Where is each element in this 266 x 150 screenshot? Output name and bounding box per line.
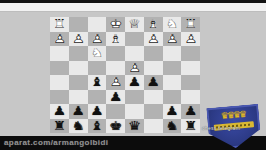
logo-caption: chess telegram — [202, 125, 240, 131]
square-a1[interactable]: ♜♖ — [181, 17, 200, 32]
square-b6[interactable] — [163, 90, 182, 105]
square-c4[interactable] — [144, 61, 163, 76]
top-strip — [0, 3, 266, 12]
square-f1[interactable] — [88, 17, 107, 32]
square-c3[interactable] — [144, 46, 163, 61]
square-e2[interactable]: ♝♗ — [106, 32, 125, 47]
chess-board[interactable]: ♜♖♚♔♛♕♝♗♞♘♜♖♟♙♟♙♟♙♝♗♟♙♟♙♟♙♞♘♟♙♝♟♙♟♟♟♟♟♟♟… — [50, 17, 200, 133]
square-h5[interactable] — [50, 75, 69, 90]
square-f3[interactable]: ♞♘ — [88, 46, 107, 61]
square-h1[interactable]: ♜♖ — [50, 17, 69, 32]
square-d6[interactable] — [125, 90, 144, 105]
piece-wN: ♞♘ — [89, 48, 105, 59]
piece-wP: ♟♙ — [70, 33, 86, 44]
square-b2[interactable]: ♟♙ — [163, 32, 182, 47]
square-b8[interactable]: ♞ — [163, 119, 182, 134]
square-a6[interactable] — [181, 90, 200, 105]
square-f8[interactable]: ♝ — [88, 119, 107, 134]
square-a7[interactable]: ♟ — [181, 104, 200, 119]
piece-bQ: ♛ — [126, 120, 142, 131]
square-b4[interactable] — [163, 61, 182, 76]
piece-wR: ♜♖ — [183, 19, 199, 30]
square-h7[interactable]: ♟ — [50, 104, 69, 119]
square-c6[interactable] — [144, 90, 163, 105]
square-c2[interactable]: ♟♙ — [144, 32, 163, 47]
piece-bP: ♟ — [126, 77, 142, 88]
square-g3[interactable] — [69, 46, 88, 61]
square-h8[interactable]: ♜ — [50, 119, 69, 134]
piece-wK: ♚♔ — [108, 19, 124, 30]
square-g1[interactable] — [69, 17, 88, 32]
square-d1[interactable]: ♛♕ — [125, 17, 144, 32]
piece-wP: ♟♙ — [51, 33, 67, 44]
square-e8[interactable]: ♚ — [106, 119, 125, 134]
square-g7[interactable]: ♟ — [69, 104, 88, 119]
square-f5[interactable]: ♝ — [88, 75, 107, 90]
square-b5[interactable] — [163, 75, 182, 90]
piece-wP: ♟♙ — [108, 77, 124, 88]
piece-bP: ♟ — [51, 106, 67, 117]
square-e3[interactable] — [106, 46, 125, 61]
piece-bP: ♟ — [89, 106, 105, 117]
square-d4[interactable]: ♟♙ — [125, 61, 144, 76]
square-c5[interactable]: ♟ — [144, 75, 163, 90]
square-a2[interactable]: ♟♙ — [181, 32, 200, 47]
square-d8[interactable]: ♛ — [125, 119, 144, 134]
square-e4[interactable] — [106, 61, 125, 76]
square-g4[interactable] — [69, 61, 88, 76]
square-a8[interactable]: ♜ — [181, 119, 200, 134]
video-frame: ♜♖♚♔♛♕♝♗♞♘♜♖♟♙♟♙♟♙♝♗♟♙♟♙♟♙♞♘♟♙♝♟♙♟♟♟♟♟♟♟… — [0, 0, 266, 150]
aparat-watermark: aparat.com/armangolbidi — [4, 138, 108, 147]
square-e7[interactable] — [106, 104, 125, 119]
square-f6[interactable] — [88, 90, 107, 105]
piece-wB: ♝♗ — [108, 33, 124, 44]
square-e1[interactable]: ♚♔ — [106, 17, 125, 32]
square-h4[interactable] — [50, 61, 69, 76]
square-d3[interactable] — [125, 46, 144, 61]
square-a3[interactable] — [181, 46, 200, 61]
piece-wP: ♟♙ — [183, 33, 199, 44]
square-e5[interactable]: ♟♙ — [106, 75, 125, 90]
square-g8[interactable]: ♞ — [69, 119, 88, 134]
piece-bR: ♜ — [183, 120, 199, 131]
piece-bB: ♝ — [89, 120, 105, 131]
piece-bP: ♟ — [145, 77, 161, 88]
piece-bP: ♟ — [164, 106, 180, 117]
piece-wB: ♝♗ — [145, 19, 161, 30]
square-c8[interactable] — [144, 119, 163, 134]
piece-wR: ♜♖ — [51, 19, 67, 30]
square-c7[interactable] — [144, 104, 163, 119]
square-f7[interactable]: ♟ — [88, 104, 107, 119]
piece-bN: ♞ — [164, 120, 180, 131]
square-h6[interactable] — [50, 90, 69, 105]
piece-bP: ♟ — [108, 91, 124, 102]
square-g6[interactable] — [69, 90, 88, 105]
piece-wP: ♟♙ — [164, 33, 180, 44]
square-e6[interactable]: ♟ — [106, 90, 125, 105]
piece-wP: ♟♙ — [126, 62, 142, 73]
square-g2[interactable]: ♟♙ — [69, 32, 88, 47]
square-a4[interactable] — [181, 61, 200, 76]
square-h3[interactable] — [50, 46, 69, 61]
piece-bN: ♞ — [70, 120, 86, 131]
square-f2[interactable]: ♟♙ — [88, 32, 107, 47]
square-f4[interactable] — [88, 61, 107, 76]
square-a5[interactable] — [181, 75, 200, 90]
piece-wP: ♟♙ — [145, 33, 161, 44]
crown-icons: ♛♛♛♛ — [207, 108, 260, 122]
piece-bB: ♝ — [89, 77, 105, 88]
square-h2[interactable]: ♟♙ — [50, 32, 69, 47]
piece-wN: ♞♘ — [164, 19, 180, 30]
piece-bP: ♟ — [70, 106, 86, 117]
piece-wQ: ♛♕ — [126, 19, 142, 30]
square-d7[interactable] — [125, 104, 144, 119]
square-d5[interactable]: ♟ — [125, 75, 144, 90]
square-b1[interactable]: ♞♘ — [163, 17, 182, 32]
piece-bR: ♜ — [51, 120, 67, 131]
square-b3[interactable] — [163, 46, 182, 61]
piece-bP: ♟ — [183, 106, 199, 117]
square-d2[interactable] — [125, 32, 144, 47]
square-b7[interactable]: ♟ — [163, 104, 182, 119]
piece-wP: ♟♙ — [89, 33, 105, 44]
piece-bK: ♚ — [108, 120, 124, 131]
square-g5[interactable] — [69, 75, 88, 90]
square-c1[interactable]: ♝♗ — [144, 17, 163, 32]
